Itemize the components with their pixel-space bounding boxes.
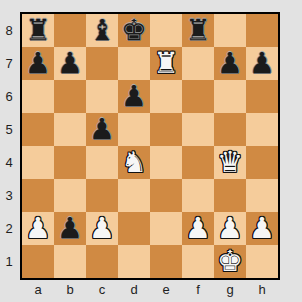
rank-label-2: 2 [0, 212, 18, 245]
square-b3[interactable] [54, 179, 86, 212]
square-d5[interactable] [118, 113, 150, 146]
board-frame: ♜♝♚♜♟♟♜♟♟♟♟♞♛♟♟♟♟♟♟♚ [20, 12, 280, 280]
square-b7[interactable]: ♟ [54, 47, 86, 80]
file-label-a: a [22, 282, 54, 297]
piece-black-pawn-g7[interactable]: ♟ [214, 47, 246, 80]
square-c3[interactable] [86, 179, 118, 212]
rank-label-1: 1 [0, 245, 18, 278]
square-c6[interactable] [86, 80, 118, 113]
square-g5[interactable] [214, 113, 246, 146]
piece-white-pawn-f2[interactable]: ♟ [182, 212, 214, 245]
piece-black-rook-f8[interactable]: ♜ [182, 14, 214, 47]
file-label-f: f [182, 282, 214, 297]
square-h7[interactable]: ♟ [246, 47, 278, 80]
rank-label-3: 3 [0, 179, 18, 212]
square-h1[interactable] [246, 245, 278, 278]
square-c5[interactable]: ♟ [86, 113, 118, 146]
chess-diagram: 87654321 ♜♝♚♜♟♟♜♟♟♟♟♞♛♟♟♟♟♟♟♚ abcdefgh [0, 0, 302, 302]
square-f5[interactable] [182, 113, 214, 146]
square-d3[interactable] [118, 179, 150, 212]
square-a4[interactable] [22, 146, 54, 179]
square-e4[interactable] [150, 146, 182, 179]
piece-white-pawn-c2[interactable]: ♟ [86, 212, 118, 245]
rank-label-8: 8 [0, 14, 18, 47]
piece-white-queen-g4[interactable]: ♛ [214, 146, 246, 179]
square-g3[interactable] [214, 179, 246, 212]
square-b5[interactable] [54, 113, 86, 146]
file-label-b: b [54, 282, 86, 297]
square-a5[interactable] [22, 113, 54, 146]
square-b2[interactable]: ♟ [54, 212, 86, 245]
piece-black-king-d8[interactable]: ♚ [118, 14, 150, 47]
square-e8[interactable] [150, 14, 182, 47]
square-d2[interactable] [118, 212, 150, 245]
square-e3[interactable] [150, 179, 182, 212]
piece-black-pawn-c5[interactable]: ♟ [86, 113, 118, 146]
file-label-d: d [118, 282, 150, 297]
piece-black-pawn-a7[interactable]: ♟ [22, 47, 54, 80]
square-f4[interactable] [182, 146, 214, 179]
square-h4[interactable] [246, 146, 278, 179]
chess-board: ♜♝♚♜♟♟♜♟♟♟♟♞♛♟♟♟♟♟♟♚ [22, 14, 278, 278]
square-f8[interactable]: ♜ [182, 14, 214, 47]
square-b4[interactable] [54, 146, 86, 179]
piece-white-king-g1[interactable]: ♚ [214, 245, 246, 278]
square-h6[interactable] [246, 80, 278, 113]
file-label-g: g [214, 282, 246, 297]
square-b1[interactable] [54, 245, 86, 278]
piece-black-pawn-b7[interactable]: ♟ [54, 47, 86, 80]
rank-label-5: 5 [0, 113, 18, 146]
square-a1[interactable] [22, 245, 54, 278]
piece-white-pawn-g2[interactable]: ♟ [214, 212, 246, 245]
file-label-e: e [150, 282, 182, 297]
rank-labels: 87654321 [0, 14, 18, 278]
square-d7[interactable] [118, 47, 150, 80]
piece-white-knight-d4[interactable]: ♞ [118, 146, 150, 179]
square-g4[interactable]: ♛ [214, 146, 246, 179]
square-c4[interactable] [86, 146, 118, 179]
rank-label-4: 4 [0, 146, 18, 179]
file-labels: abcdefgh [22, 282, 278, 297]
square-g1[interactable]: ♚ [214, 245, 246, 278]
square-g6[interactable] [214, 80, 246, 113]
square-g2[interactable]: ♟ [214, 212, 246, 245]
square-e1[interactable] [150, 245, 182, 278]
square-h2[interactable]: ♟ [246, 212, 278, 245]
square-e5[interactable] [150, 113, 182, 146]
piece-black-bishop-c8[interactable]: ♝ [86, 14, 118, 47]
square-c7[interactable] [86, 47, 118, 80]
square-f3[interactable] [182, 179, 214, 212]
square-a7[interactable]: ♟ [22, 47, 54, 80]
square-c8[interactable]: ♝ [86, 14, 118, 47]
square-f1[interactable] [182, 245, 214, 278]
square-b8[interactable] [54, 14, 86, 47]
square-b6[interactable] [54, 80, 86, 113]
file-label-h: h [246, 282, 278, 297]
square-a8[interactable]: ♜ [22, 14, 54, 47]
square-h5[interactable] [246, 113, 278, 146]
square-d6[interactable]: ♟ [118, 80, 150, 113]
piece-black-pawn-h7[interactable]: ♟ [246, 47, 278, 80]
square-e2[interactable] [150, 212, 182, 245]
piece-black-pawn-d6[interactable]: ♟ [118, 80, 150, 113]
square-d4[interactable]: ♞ [118, 146, 150, 179]
square-c2[interactable]: ♟ [86, 212, 118, 245]
square-d8[interactable]: ♚ [118, 14, 150, 47]
square-f6[interactable] [182, 80, 214, 113]
square-g7[interactable]: ♟ [214, 47, 246, 80]
piece-white-rook-e7[interactable]: ♜ [150, 47, 182, 80]
rank-label-7: 7 [0, 47, 18, 80]
square-e7[interactable]: ♜ [150, 47, 182, 80]
square-a6[interactable] [22, 80, 54, 113]
piece-black-pawn-b2[interactable]: ♟ [54, 212, 86, 245]
square-e6[interactable] [150, 80, 182, 113]
rank-label-6: 6 [0, 80, 18, 113]
square-c1[interactable] [86, 245, 118, 278]
square-f2[interactable]: ♟ [182, 212, 214, 245]
piece-white-pawn-a2[interactable]: ♟ [22, 212, 54, 245]
square-h3[interactable] [246, 179, 278, 212]
square-f7[interactable] [182, 47, 214, 80]
square-h8[interactable] [246, 14, 278, 47]
square-d1[interactable] [118, 245, 150, 278]
piece-black-rook-a8[interactable]: ♜ [22, 14, 54, 47]
piece-white-pawn-h2[interactable]: ♟ [246, 212, 278, 245]
square-a2[interactable]: ♟ [22, 212, 54, 245]
file-label-c: c [86, 282, 118, 297]
square-a3[interactable] [22, 179, 54, 212]
square-g8[interactable] [214, 14, 246, 47]
